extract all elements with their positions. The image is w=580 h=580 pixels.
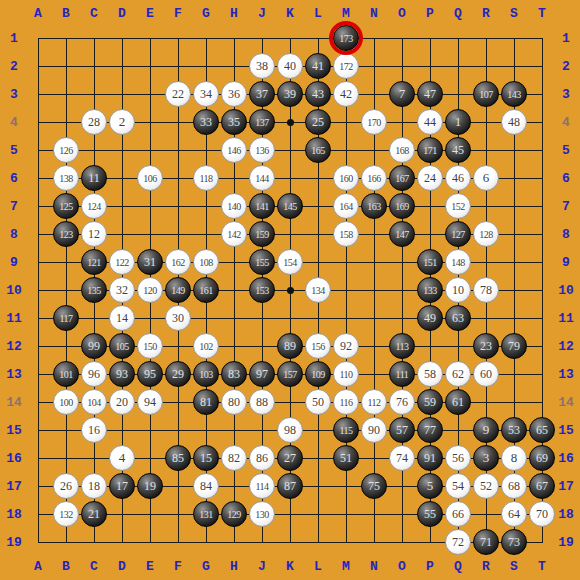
stone-J4: 137 <box>249 109 275 135</box>
row-label-left: 12 <box>6 340 22 353</box>
column-label-top: S <box>510 7 518 20</box>
row-label-right: 7 <box>562 200 570 213</box>
stone-M7: 164 <box>333 193 359 219</box>
stone-P14: 59 <box>417 389 443 415</box>
column-label-top: R <box>482 7 490 20</box>
column-label-top: O <box>398 7 406 20</box>
stone-C6: 11 <box>81 165 107 191</box>
row-label-right: 5 <box>562 144 570 157</box>
stone-F9: 162 <box>165 249 191 275</box>
row-label-right: 6 <box>562 172 570 185</box>
stone-C15: 16 <box>81 417 107 443</box>
row-label-left: 19 <box>6 536 22 549</box>
stone-F3: 22 <box>165 81 191 107</box>
stone-P16: 91 <box>417 445 443 471</box>
stone-M12: 92 <box>333 333 359 359</box>
stone-P13: 58 <box>417 361 443 387</box>
stone-J14: 88 <box>249 389 275 415</box>
column-label-top: B <box>62 7 70 20</box>
go-board[interactable]: AABBCCDDEEFFGGHHJJKKLLMMNNOOPPQQRRSSTT11… <box>0 0 580 580</box>
stone-M6: 160 <box>333 165 359 191</box>
stone-G18: 131 <box>193 501 219 527</box>
stone-F16: 85 <box>165 445 191 471</box>
stone-P10: 133 <box>417 277 443 303</box>
stone-D13: 93 <box>109 361 135 387</box>
stone-M3: 42 <box>333 81 359 107</box>
column-label-top: K <box>286 7 294 20</box>
row-label-right: 18 <box>558 508 574 521</box>
stone-R6: 6 <box>473 165 499 191</box>
column-label-bottom: L <box>314 560 322 573</box>
stone-B8: 123 <box>53 221 79 247</box>
stone-D11: 14 <box>109 305 135 331</box>
stone-M8: 158 <box>333 221 359 247</box>
stone-E9: 31 <box>137 249 163 275</box>
stone-S18: 64 <box>501 501 527 527</box>
stone-S16: 8 <box>501 445 527 471</box>
stone-Q8: 127 <box>445 221 471 247</box>
row-label-left: 14 <box>6 396 22 409</box>
stone-F13: 29 <box>165 361 191 387</box>
row-label-right: 3 <box>562 88 570 101</box>
column-label-top: D <box>118 7 126 20</box>
column-label-bottom: H <box>230 560 238 573</box>
stone-F11: 30 <box>165 305 191 331</box>
stone-P15: 77 <box>417 417 443 443</box>
stone-E14: 94 <box>137 389 163 415</box>
stone-J10: 153 <box>249 277 275 303</box>
stone-K12: 89 <box>277 333 303 359</box>
stone-L14: 50 <box>305 389 331 415</box>
go-board-screen: AABBCCDDEEFFGGHHJJKKLLMMNNOOPPQQRRSSTT11… <box>0 0 580 580</box>
stone-R10: 78 <box>473 277 499 303</box>
row-label-right: 12 <box>558 340 574 353</box>
stone-S4: 48 <box>501 109 527 135</box>
stone-S19: 73 <box>501 529 527 555</box>
column-label-bottom: J <box>258 560 266 573</box>
stone-G3: 34 <box>193 81 219 107</box>
column-label-bottom: T <box>538 560 546 573</box>
row-label-right: 19 <box>558 536 574 549</box>
column-label-bottom: S <box>510 560 518 573</box>
stone-O14: 76 <box>389 389 415 415</box>
column-label-bottom: M <box>342 560 350 573</box>
stone-B14: 100 <box>53 389 79 415</box>
stone-O13: 111 <box>389 361 415 387</box>
stone-P3: 47 <box>417 81 443 107</box>
stone-O5: 168 <box>389 137 415 163</box>
stone-K9: 154 <box>277 249 303 275</box>
stone-M14: 116 <box>333 389 359 415</box>
stone-J9: 155 <box>249 249 275 275</box>
stone-R17: 52 <box>473 473 499 499</box>
stone-B7: 125 <box>53 193 79 219</box>
column-label-top: M <box>342 7 350 20</box>
stone-J5: 136 <box>249 137 275 163</box>
stone-D9: 122 <box>109 249 135 275</box>
stone-Q19: 72 <box>445 529 471 555</box>
stone-Q13: 62 <box>445 361 471 387</box>
stone-C13: 96 <box>81 361 107 387</box>
stone-L13: 109 <box>305 361 331 387</box>
row-label-right: 15 <box>558 424 574 437</box>
stone-J17: 114 <box>249 473 275 499</box>
column-label-top: G <box>202 7 210 20</box>
row-label-right: 17 <box>558 480 574 493</box>
stone-B11: 117 <box>53 305 79 331</box>
column-label-bottom: P <box>426 560 434 573</box>
stone-Q4: 1 <box>445 109 471 135</box>
stone-J3: 37 <box>249 81 275 107</box>
stone-P11: 49 <box>417 305 443 331</box>
row-label-left: 5 <box>10 144 18 157</box>
column-label-bottom: R <box>482 560 490 573</box>
row-label-left: 9 <box>10 256 18 269</box>
column-label-top: C <box>90 7 98 20</box>
stone-G12: 102 <box>193 333 219 359</box>
star-point <box>287 119 294 126</box>
stone-H13: 83 <box>221 361 247 387</box>
stone-R12: 23 <box>473 333 499 359</box>
stone-R15: 9 <box>473 417 499 443</box>
stone-H18: 129 <box>221 501 247 527</box>
stone-H5: 146 <box>221 137 247 163</box>
stone-N6: 166 <box>361 165 387 191</box>
stone-G16: 15 <box>193 445 219 471</box>
stone-H4: 35 <box>221 109 247 135</box>
stone-G13: 103 <box>193 361 219 387</box>
stone-C17: 18 <box>81 473 107 499</box>
stone-J2: 38 <box>249 53 275 79</box>
row-label-left: 11 <box>6 312 22 325</box>
stone-Q14: 61 <box>445 389 471 415</box>
row-label-right: 9 <box>562 256 570 269</box>
column-label-bottom: K <box>286 560 294 573</box>
stone-Q9: 148 <box>445 249 471 275</box>
stone-S12: 79 <box>501 333 527 359</box>
stone-D14: 20 <box>109 389 135 415</box>
column-label-bottom: A <box>34 560 42 573</box>
stone-E17: 19 <box>137 473 163 499</box>
stone-D16: 4 <box>109 445 135 471</box>
stone-B18: 132 <box>53 501 79 527</box>
row-label-right: 8 <box>562 228 570 241</box>
stone-L10: 134 <box>305 277 331 303</box>
stone-O12: 113 <box>389 333 415 359</box>
stone-E10: 120 <box>137 277 163 303</box>
stone-M1-last-move: 173 <box>333 25 359 51</box>
stone-G4: 33 <box>193 109 219 135</box>
stone-Q18: 66 <box>445 501 471 527</box>
stone-J18: 130 <box>249 501 275 527</box>
stone-C7: 124 <box>81 193 107 219</box>
stone-L3: 43 <box>305 81 331 107</box>
stone-O3: 7 <box>389 81 415 107</box>
stone-J16: 86 <box>249 445 275 471</box>
stone-R3: 107 <box>473 81 499 107</box>
stone-P9: 151 <box>417 249 443 275</box>
row-label-left: 4 <box>10 116 18 129</box>
row-label-left: 3 <box>10 88 18 101</box>
stone-N4: 170 <box>361 109 387 135</box>
stone-P17: 5 <box>417 473 443 499</box>
stone-F10: 149 <box>165 277 191 303</box>
stone-D10: 32 <box>109 277 135 303</box>
stone-K3: 39 <box>277 81 303 107</box>
stone-P4: 44 <box>417 109 443 135</box>
stone-O15: 57 <box>389 417 415 443</box>
row-label-left: 10 <box>6 284 22 297</box>
column-label-bottom: E <box>146 560 154 573</box>
stone-Q6: 46 <box>445 165 471 191</box>
stone-Q5: 45 <box>445 137 471 163</box>
column-label-top: N <box>370 7 378 20</box>
column-label-bottom: N <box>370 560 378 573</box>
stone-P6: 24 <box>417 165 443 191</box>
row-label-right: 11 <box>558 312 574 325</box>
stone-E12: 150 <box>137 333 163 359</box>
stone-C14: 104 <box>81 389 107 415</box>
stone-M2: 172 <box>333 53 359 79</box>
row-label-left: 6 <box>10 172 18 185</box>
stone-S17: 68 <box>501 473 527 499</box>
stone-O8: 147 <box>389 221 415 247</box>
stone-L12: 156 <box>305 333 331 359</box>
stone-S15: 53 <box>501 417 527 443</box>
column-label-bottom: O <box>398 560 406 573</box>
column-label-top: H <box>230 7 238 20</box>
stone-C12: 99 <box>81 333 107 359</box>
stone-H8: 142 <box>221 221 247 247</box>
stone-Q17: 54 <box>445 473 471 499</box>
column-label-top: F <box>174 7 182 20</box>
stone-Q10: 10 <box>445 277 471 303</box>
stone-R13: 60 <box>473 361 499 387</box>
stone-T18: 70 <box>529 501 555 527</box>
stone-K13: 157 <box>277 361 303 387</box>
stone-B6: 138 <box>53 165 79 191</box>
column-label-bottom: F <box>174 560 182 573</box>
column-label-top: J <box>258 7 266 20</box>
row-label-right: 16 <box>558 452 574 465</box>
stone-E6: 106 <box>137 165 163 191</box>
stone-Q11: 63 <box>445 305 471 331</box>
stone-H14: 80 <box>221 389 247 415</box>
row-label-left: 17 <box>6 480 22 493</box>
stone-M16: 51 <box>333 445 359 471</box>
stone-K16: 27 <box>277 445 303 471</box>
row-label-right: 14 <box>558 396 574 409</box>
stone-D4: 2 <box>109 109 135 135</box>
row-label-right: 1 <box>562 32 570 45</box>
row-label-left: 15 <box>6 424 22 437</box>
stone-R16: 3 <box>473 445 499 471</box>
stone-J8: 159 <box>249 221 275 247</box>
stone-B5: 126 <box>53 137 79 163</box>
stone-K7: 145 <box>277 193 303 219</box>
row-label-left: 7 <box>10 200 18 213</box>
stone-J6: 144 <box>249 165 275 191</box>
stone-R8: 128 <box>473 221 499 247</box>
stone-J13: 97 <box>249 361 275 387</box>
column-label-top: P <box>426 7 434 20</box>
stone-R19: 71 <box>473 529 499 555</box>
column-label-bottom: Q <box>454 560 462 573</box>
column-label-bottom: B <box>62 560 70 573</box>
stone-T15: 65 <box>529 417 555 443</box>
row-label-left: 13 <box>6 368 22 381</box>
stone-N15: 90 <box>361 417 387 443</box>
column-label-bottom: D <box>118 560 126 573</box>
column-label-top: Q <box>454 7 462 20</box>
stone-M15: 115 <box>333 417 359 443</box>
stone-G10: 161 <box>193 277 219 303</box>
stone-K2: 40 <box>277 53 303 79</box>
row-label-right: 10 <box>558 284 574 297</box>
stone-N7: 163 <box>361 193 387 219</box>
stone-D17: 17 <box>109 473 135 499</box>
stone-G17: 84 <box>193 473 219 499</box>
stone-Q7: 152 <box>445 193 471 219</box>
stone-L5: 165 <box>305 137 331 163</box>
stone-N17: 75 <box>361 473 387 499</box>
stone-P5: 171 <box>417 137 443 163</box>
stone-H3: 36 <box>221 81 247 107</box>
column-label-top: T <box>538 7 546 20</box>
stone-B13: 101 <box>53 361 79 387</box>
stone-N14: 112 <box>361 389 387 415</box>
stone-H7: 140 <box>221 193 247 219</box>
stone-B17: 26 <box>53 473 79 499</box>
row-label-right: 4 <box>562 116 570 129</box>
stone-C8: 12 <box>81 221 107 247</box>
stone-Q16: 56 <box>445 445 471 471</box>
column-label-bottom: G <box>202 560 210 573</box>
row-label-left: 16 <box>6 452 22 465</box>
stone-K15: 98 <box>277 417 303 443</box>
stone-G6: 118 <box>193 165 219 191</box>
stone-C9: 121 <box>81 249 107 275</box>
stone-C4: 28 <box>81 109 107 135</box>
stone-O6: 167 <box>389 165 415 191</box>
column-label-top: E <box>146 7 154 20</box>
row-label-left: 1 <box>10 32 18 45</box>
star-point <box>287 287 294 294</box>
row-label-right: 13 <box>558 368 574 381</box>
stone-P18: 55 <box>417 501 443 527</box>
stone-L4: 25 <box>305 109 331 135</box>
stone-S3: 143 <box>501 81 527 107</box>
row-label-left: 2 <box>10 60 18 73</box>
stone-T17: 67 <box>529 473 555 499</box>
column-label-top: L <box>314 7 322 20</box>
stone-T16: 69 <box>529 445 555 471</box>
stone-O7: 169 <box>389 193 415 219</box>
stone-C10: 135 <box>81 277 107 303</box>
stone-M13: 110 <box>333 361 359 387</box>
stone-E13: 95 <box>137 361 163 387</box>
stone-L2: 41 <box>305 53 331 79</box>
stone-C18: 21 <box>81 501 107 527</box>
stone-O16: 74 <box>389 445 415 471</box>
stone-J7: 141 <box>249 193 275 219</box>
stone-K17: 87 <box>277 473 303 499</box>
row-label-left: 8 <box>10 228 18 241</box>
stone-G14: 81 <box>193 389 219 415</box>
stone-H16: 82 <box>221 445 247 471</box>
row-label-left: 18 <box>6 508 22 521</box>
stone-D12: 105 <box>109 333 135 359</box>
column-label-top: A <box>34 7 42 20</box>
stone-G9: 108 <box>193 249 219 275</box>
row-label-right: 2 <box>562 60 570 73</box>
column-label-bottom: C <box>90 560 98 573</box>
